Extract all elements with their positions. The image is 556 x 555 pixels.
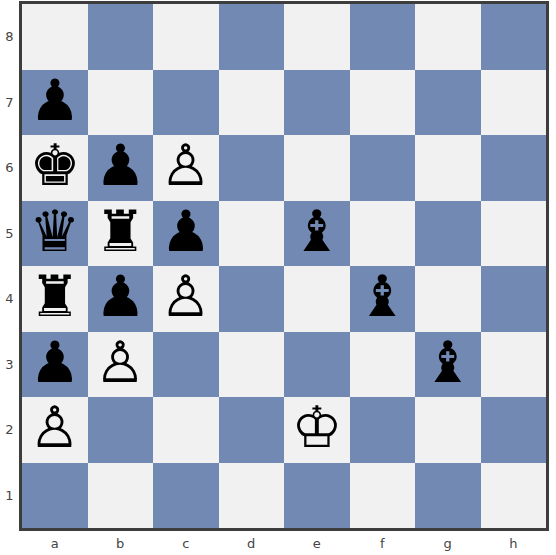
square-a3[interactable]: ♟ [22,332,88,398]
file-label-h: h [481,533,547,553]
square-b1[interactable] [88,463,154,529]
square-h3[interactable] [481,332,547,398]
rank-label-1: 1 [0,463,19,529]
square-e6[interactable] [284,135,350,201]
rank-label-4: 4 [0,266,19,332]
square-d1[interactable] [219,463,285,529]
square-c1[interactable] [153,463,219,529]
square-a5[interactable]: ♛ [22,201,88,267]
white-pawn-a2[interactable]: ♙ [29,399,80,456]
square-e3[interactable] [284,332,350,398]
square-h5[interactable] [481,201,547,267]
black-pawn-b4[interactable]: ♟ [95,268,146,325]
square-d7[interactable] [219,70,285,136]
square-a6[interactable]: ♚ [22,135,88,201]
square-d4[interactable] [219,266,285,332]
black-bishop-g3[interactable]: ♝ [422,334,473,391]
square-e1[interactable] [284,463,350,529]
square-e4[interactable] [284,266,350,332]
square-f2[interactable] [350,397,416,463]
square-g6[interactable] [415,135,481,201]
square-g2[interactable] [415,397,481,463]
square-b4[interactable]: ♟ [88,266,154,332]
square-f1[interactable] [350,463,416,529]
square-a7[interactable]: ♟ [22,70,88,136]
square-f8[interactable] [350,4,416,70]
square-e5[interactable]: ♝ [284,201,350,267]
square-g3[interactable]: ♝ [415,332,481,398]
file-label-d: d [219,533,285,553]
rank-label-5: 5 [0,201,19,267]
file-label-e: e [284,533,350,553]
square-b2[interactable] [88,397,154,463]
square-d5[interactable] [219,201,285,267]
square-d6[interactable] [219,135,285,201]
square-d8[interactable] [219,4,285,70]
square-b3[interactable]: ♙ [88,332,154,398]
rank-label-7: 7 [0,70,19,136]
square-b5[interactable]: ♜ [88,201,154,267]
square-g7[interactable] [415,70,481,136]
black-pawn-a3[interactable]: ♟ [29,334,80,391]
square-c3[interactable] [153,332,219,398]
square-g4[interactable] [415,266,481,332]
black-pawn-b6[interactable]: ♟ [95,137,146,194]
square-b6[interactable]: ♟ [88,135,154,201]
square-h6[interactable] [481,135,547,201]
rank-label-6: 6 [0,135,19,201]
black-rook-b5[interactable]: ♜ [95,203,146,260]
black-rook-a4[interactable]: ♜ [29,268,80,325]
square-c4[interactable]: ♙ [153,266,219,332]
black-bishop-e5[interactable]: ♝ [291,203,342,260]
square-c5[interactable]: ♟ [153,201,219,267]
square-b8[interactable] [88,4,154,70]
square-b7[interactable] [88,70,154,136]
file-labels: abcdefgh [22,533,546,553]
square-h8[interactable] [481,4,547,70]
square-a1[interactable] [22,463,88,529]
square-c2[interactable] [153,397,219,463]
rank-label-8: 8 [0,4,19,70]
square-h1[interactable] [481,463,547,529]
white-pawn-b3[interactable]: ♙ [95,334,146,391]
file-label-a: a [22,533,88,553]
square-d2[interactable] [219,397,285,463]
file-label-c: c [153,533,219,553]
white-pawn-c4[interactable]: ♙ [160,268,211,325]
square-c8[interactable] [153,4,219,70]
square-f4[interactable]: ♝ [350,266,416,332]
square-f3[interactable] [350,332,416,398]
file-label-b: b [88,533,154,553]
square-h2[interactable] [481,397,547,463]
square-g5[interactable] [415,201,481,267]
square-h7[interactable] [481,70,547,136]
square-e7[interactable] [284,70,350,136]
rank-label-2: 2 [0,397,19,463]
square-f7[interactable] [350,70,416,136]
file-label-f: f [350,533,416,553]
square-e2[interactable]: ♔ [284,397,350,463]
chess-board: ♟♚♟♙♛♜♟♝♜♟♙♝♟♙♝♙♔ [19,1,549,531]
rank-labels: 87654321 [0,4,19,528]
square-c7[interactable] [153,70,219,136]
white-pawn-c6[interactable]: ♙ [160,137,211,194]
square-g8[interactable] [415,4,481,70]
chess-diagram: 87654321 ♟♚♟♙♛♜♟♝♜♟♙♝♟♙♝♙♔ abcdefgh [0,0,556,555]
square-g1[interactable] [415,463,481,529]
square-f6[interactable] [350,135,416,201]
square-a8[interactable] [22,4,88,70]
rank-label-3: 3 [0,332,19,398]
black-king-a6[interactable]: ♚ [29,137,80,194]
square-h4[interactable] [481,266,547,332]
square-a2[interactable]: ♙ [22,397,88,463]
square-e8[interactable] [284,4,350,70]
square-a4[interactable]: ♜ [22,266,88,332]
file-label-g: g [415,533,481,553]
white-king-e2[interactable]: ♔ [291,399,342,456]
square-c6[interactable]: ♙ [153,135,219,201]
black-queen-a5[interactable]: ♛ [29,203,80,260]
black-pawn-a7[interactable]: ♟ [29,72,80,129]
black-bishop-f4[interactable]: ♝ [357,268,408,325]
square-f5[interactable] [350,201,416,267]
square-d3[interactable] [219,332,285,398]
black-pawn-c5[interactable]: ♟ [160,203,211,260]
